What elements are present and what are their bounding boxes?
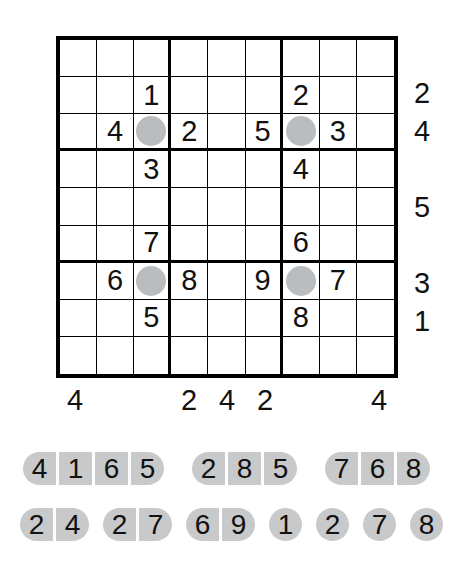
row-clue-5: 5 [402, 188, 442, 226]
cell-r9c7[interactable] [283, 337, 320, 374]
cell-r3c4[interactable]: 2 [171, 114, 208, 151]
cell-r5c2[interactable] [97, 188, 134, 225]
cell-r7c3[interactable] [134, 263, 171, 300]
ship-segment: 1 [269, 508, 302, 541]
cell-r1c4[interactable] [171, 40, 208, 77]
cell-r7c1[interactable] [60, 263, 97, 300]
row-clue-4 [402, 150, 442, 188]
cell-r3c2[interactable]: 4 [97, 114, 134, 151]
cell-r8c3[interactable]: 5 [134, 300, 171, 337]
cell-r9c1[interactable] [60, 337, 97, 374]
cell-r4c4[interactable] [171, 151, 208, 188]
ship-segment-circle [286, 266, 316, 296]
cell-r2c1[interactable] [60, 77, 97, 114]
ship-segment: 6 [186, 508, 219, 541]
cell-r3c5[interactable] [208, 114, 245, 151]
cell-r4c7[interactable]: 4 [283, 151, 320, 188]
cell-r2c7[interactable]: 2 [283, 77, 320, 114]
ship-segment: 2 [103, 508, 136, 541]
given-digit: 5 [143, 303, 159, 332]
ship-segment: 2 [316, 508, 349, 541]
cell-r3c1[interactable] [60, 114, 97, 151]
cell-r8c4[interactable] [171, 300, 208, 337]
ship-destroyer: 27 [103, 508, 172, 541]
ship-segment: 4 [23, 452, 56, 485]
row-clue-9 [402, 340, 442, 378]
col-clue-4: 2 [170, 381, 208, 419]
cell-r1c2[interactable] [97, 40, 134, 77]
cell-r9c8[interactable] [320, 337, 357, 374]
cell-r7c2[interactable]: 6 [97, 263, 134, 300]
ship-segment: 7 [325, 452, 358, 485]
cell-r2c2[interactable] [97, 77, 134, 114]
cell-r6c7[interactable]: 6 [283, 226, 320, 263]
ship-submarine: 1 [269, 508, 302, 541]
cell-r4c9[interactable] [357, 151, 394, 188]
cell-r2c4[interactable] [171, 77, 208, 114]
cell-r1c6[interactable] [246, 40, 283, 77]
ship-segment: 7 [139, 508, 172, 541]
ship-segment: 8 [228, 452, 261, 485]
col-clue-8 [322, 381, 360, 419]
cell-r7c8[interactable]: 7 [320, 263, 357, 300]
ship-destroyer: 69 [186, 508, 255, 541]
cell-r4c5[interactable] [208, 151, 245, 188]
given-digit: 7 [330, 266, 346, 295]
cell-r6c6[interactable] [246, 226, 283, 263]
row-clues: 24531 [402, 36, 442, 378]
col-clue-7 [284, 381, 322, 419]
ship-segment: 5 [131, 452, 164, 485]
cell-r3c9[interactable] [357, 114, 394, 151]
ship-segment: 5 [264, 452, 297, 485]
given-digit: 2 [293, 81, 309, 110]
cell-r9c6[interactable] [246, 337, 283, 374]
cell-r6c8[interactable] [320, 226, 357, 263]
col-clue-9: 4 [360, 381, 398, 419]
cell-r7c7[interactable] [283, 263, 320, 300]
cell-r8c6[interactable] [246, 300, 283, 337]
col-clue-3 [132, 381, 170, 419]
ship-cruiser: 768 [325, 452, 430, 485]
col-clue-5: 4 [208, 381, 246, 419]
cell-r8c8[interactable] [320, 300, 357, 337]
fleet-row-1: 4165285768 [23, 452, 430, 485]
ship-segment: 9 [222, 508, 255, 541]
cell-r6c1[interactable] [60, 226, 97, 263]
ship-segment-circle [286, 116, 316, 146]
ship-battleship: 4165 [23, 452, 164, 485]
cell-r9c3[interactable] [134, 337, 171, 374]
ship-segment: 8 [410, 508, 443, 541]
battleship-sudoku-puzzle: 1242533476689758 24531 42424 4165285768 … [0, 0, 456, 565]
cell-r3c6[interactable]: 5 [246, 114, 283, 151]
col-clues: 42424 [56, 381, 398, 419]
col-clue-6: 2 [246, 381, 284, 419]
cell-r8c2[interactable] [97, 300, 134, 337]
ship-segment: 7 [363, 508, 396, 541]
cell-r3c7[interactable] [283, 114, 320, 151]
cell-r8c1[interactable] [60, 300, 97, 337]
ship-segment-circle [136, 266, 166, 296]
col-clue-2 [94, 381, 132, 419]
cell-r6c3[interactable]: 7 [134, 226, 171, 263]
given-digit: 5 [255, 117, 271, 146]
given-digit: 6 [293, 228, 309, 257]
ship-segment: 2 [192, 452, 225, 485]
cell-r7c4[interactable]: 8 [171, 263, 208, 300]
cell-r4c8[interactable] [320, 151, 357, 188]
cell-r4c3[interactable]: 3 [134, 151, 171, 188]
cell-r5c6[interactable] [246, 188, 283, 225]
col-clue-1: 4 [56, 381, 94, 419]
cell-r8c9[interactable] [357, 300, 394, 337]
cell-r7c5[interactable] [208, 263, 245, 300]
cell-r1c8[interactable] [320, 40, 357, 77]
cell-r6c9[interactable] [357, 226, 394, 263]
ship-submarine: 8 [410, 508, 443, 541]
ship-submarine: 7 [363, 508, 396, 541]
cell-r1c9[interactable] [357, 40, 394, 77]
row-clue-7: 3 [402, 264, 442, 302]
cell-r3c8[interactable]: 3 [320, 114, 357, 151]
given-digit: 1 [143, 81, 159, 110]
cell-r1c7[interactable] [283, 40, 320, 77]
ship-segment: 1 [59, 452, 92, 485]
cell-r3c3[interactable] [134, 114, 171, 151]
given-digit: 8 [293, 303, 309, 332]
given-digit: 7 [143, 228, 159, 257]
ship-segment-circle [136, 116, 166, 146]
cell-r9c2[interactable] [97, 337, 134, 374]
ship-segment: 8 [397, 452, 430, 485]
cell-r4c2[interactable] [97, 151, 134, 188]
cell-r5c5[interactable] [208, 188, 245, 225]
cell-r6c5[interactable] [208, 226, 245, 263]
ship-submarine: 2 [316, 508, 349, 541]
cell-r8c7[interactable]: 8 [283, 300, 320, 337]
ship-destroyer: 24 [20, 508, 89, 541]
row-clue-2: 2 [402, 74, 442, 112]
cell-r9c5[interactable] [208, 337, 245, 374]
row-clue-8: 1 [402, 302, 442, 340]
row-clue-3: 4 [402, 112, 442, 150]
cell-r2c8[interactable] [320, 77, 357, 114]
cell-r6c4[interactable] [171, 226, 208, 263]
cell-r1c1[interactable] [60, 40, 97, 77]
cell-r5c8[interactable] [320, 188, 357, 225]
ship-segment: 2 [20, 508, 53, 541]
given-digit: 3 [143, 155, 159, 184]
cell-r9c9[interactable] [357, 337, 394, 374]
cell-r2c6[interactable] [246, 77, 283, 114]
cell-r9c4[interactable] [171, 337, 208, 374]
given-digit: 6 [107, 266, 123, 295]
cell-r2c5[interactable] [208, 77, 245, 114]
cell-r2c9[interactable] [357, 77, 394, 114]
given-digit: 2 [181, 117, 197, 146]
ship-segment: 6 [361, 452, 394, 485]
given-digit: 4 [107, 117, 123, 146]
cell-r5c4[interactable] [171, 188, 208, 225]
given-digit: 3 [330, 117, 346, 146]
fleet-row-2: 2427691278 [20, 508, 443, 541]
ship-segment: 4 [56, 508, 89, 541]
ship-cruiser: 285 [192, 452, 297, 485]
ship-segment: 6 [95, 452, 128, 485]
cell-r5c3[interactable] [134, 188, 171, 225]
row-clue-1 [402, 36, 442, 74]
given-digit: 4 [293, 155, 309, 184]
cell-r4c6[interactable] [246, 151, 283, 188]
cell-r7c6[interactable]: 9 [246, 263, 283, 300]
cell-r5c1[interactable] [60, 188, 97, 225]
cell-r6c2[interactable] [97, 226, 134, 263]
given-digit: 8 [181, 266, 197, 295]
cell-r5c9[interactable] [357, 188, 394, 225]
cell-r1c5[interactable] [208, 40, 245, 77]
sudoku-grid: 1242533476689758 [56, 36, 398, 378]
cell-r8c5[interactable] [208, 300, 245, 337]
cell-r2c3[interactable]: 1 [134, 77, 171, 114]
cell-r7c9[interactable] [357, 263, 394, 300]
cell-r1c3[interactable] [134, 40, 171, 77]
cell-r4c1[interactable] [60, 151, 97, 188]
row-clue-6 [402, 226, 442, 264]
given-digit: 9 [255, 266, 271, 295]
cell-r5c7[interactable] [283, 188, 320, 225]
